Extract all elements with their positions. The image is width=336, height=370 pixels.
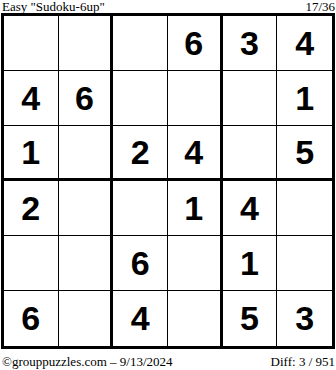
cell-r2c2[interactable]: 6 xyxy=(59,71,114,126)
cell-r6c6[interactable]: 3 xyxy=(277,291,332,346)
cell-r2c1[interactable]: 4 xyxy=(4,71,59,126)
cell-r6c1[interactable]: 6 xyxy=(4,291,59,346)
cell-r4c2[interactable] xyxy=(59,181,114,236)
cell-r6c3[interactable]: 4 xyxy=(113,291,168,346)
page-header: Easy "Sudoku-6up" 17/36 xyxy=(2,0,335,13)
cell-r1c2[interactable] xyxy=(59,16,114,71)
cell-r3c2[interactable] xyxy=(59,126,114,181)
cell-r1c1[interactable] xyxy=(4,16,59,71)
cell-r4c5[interactable]: 4 xyxy=(223,181,278,236)
cell-r3c5[interactable] xyxy=(223,126,278,181)
cell-r6c2[interactable] xyxy=(59,291,114,346)
puzzle-title: Easy "Sudoku-6up" xyxy=(2,0,105,13)
page-footer: ©grouppuzzles.com – 9/13/2024 Diff: 3 / … xyxy=(2,352,335,369)
cell-r2c5[interactable] xyxy=(223,71,278,126)
cell-r1c4[interactable]: 6 xyxy=(168,16,223,71)
cell-r3c4[interactable]: 4 xyxy=(168,126,223,181)
copyright-text: ©grouppuzzles.com – 9/13/2024 xyxy=(2,354,173,369)
cell-r5c6[interactable] xyxy=(277,236,332,291)
sudoku-grid: 6344611245214616453 xyxy=(1,13,335,349)
cell-r1c6[interactable]: 4 xyxy=(277,16,332,71)
cell-r5c5[interactable]: 1 xyxy=(223,236,278,291)
cell-r3c1[interactable]: 1 xyxy=(4,126,59,181)
cell-r3c6[interactable]: 5 xyxy=(277,126,332,181)
cell-r4c6[interactable] xyxy=(277,181,332,236)
cell-r6c4[interactable] xyxy=(168,291,223,346)
cell-r1c5[interactable]: 3 xyxy=(223,16,278,71)
cell-r5c1[interactable] xyxy=(4,236,59,291)
cell-r2c6[interactable]: 1 xyxy=(277,71,332,126)
cell-r3c3[interactable]: 2 xyxy=(113,126,168,181)
cell-r4c3[interactable] xyxy=(113,181,168,236)
givens-counter: 17/36 xyxy=(305,0,335,13)
cell-r1c3[interactable] xyxy=(113,16,168,71)
cell-r2c3[interactable] xyxy=(113,71,168,126)
cell-r4c1[interactable]: 2 xyxy=(4,181,59,236)
cell-r2c4[interactable] xyxy=(168,71,223,126)
cell-r5c2[interactable] xyxy=(59,236,114,291)
cell-r5c4[interactable] xyxy=(168,236,223,291)
cell-r5c3[interactable]: 6 xyxy=(113,236,168,291)
cell-r4c4[interactable]: 1 xyxy=(168,181,223,236)
cell-r6c5[interactable]: 5 xyxy=(223,291,278,346)
difficulty-text: Diff: 3 / 951 xyxy=(271,354,335,369)
